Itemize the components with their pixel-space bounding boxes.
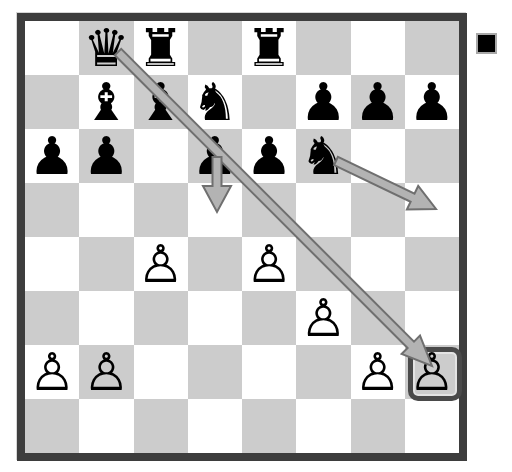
- square-h4[interactable]: [405, 237, 459, 291]
- black-pawn: ♟: [29, 129, 76, 183]
- square-b2[interactable]: ♙: [79, 345, 133, 399]
- black-bishop: ♝: [137, 75, 184, 129]
- square-d7[interactable]: ♞: [188, 75, 242, 129]
- square-a1[interactable]: [25, 399, 79, 453]
- black-pawn: ♟: [246, 129, 293, 183]
- black-knight: ♞: [300, 129, 347, 183]
- square-e4[interactable]: ♙: [242, 237, 296, 291]
- square-f1[interactable]: [296, 399, 350, 453]
- square-e2[interactable]: [242, 345, 296, 399]
- square-b1[interactable]: [79, 399, 133, 453]
- square-f8[interactable]: [296, 21, 350, 75]
- diagram-stage: ♛♜♜♝♝♞♟♟♟♟♟♟♟♞♙♙♙♙♙♙♙: [0, 0, 512, 472]
- square-a2[interactable]: ♙: [25, 345, 79, 399]
- square-a5[interactable]: [25, 183, 79, 237]
- square-d6[interactable]: ♟: [188, 129, 242, 183]
- square-a4[interactable]: [25, 237, 79, 291]
- square-a3[interactable]: [25, 291, 79, 345]
- chess-board-frame: ♛♜♜♝♝♞♟♟♟♟♟♟♟♞♙♙♙♙♙♙♙: [17, 13, 467, 461]
- square-b3[interactable]: [79, 291, 133, 345]
- square-e1[interactable]: [242, 399, 296, 453]
- square-c3[interactable]: [134, 291, 188, 345]
- square-g5[interactable]: [351, 183, 405, 237]
- square-a8[interactable]: [25, 21, 79, 75]
- square-d4[interactable]: [188, 237, 242, 291]
- square-g2[interactable]: ♙: [351, 345, 405, 399]
- square-f7[interactable]: ♟: [296, 75, 350, 129]
- square-g8[interactable]: [351, 21, 405, 75]
- square-c2[interactable]: [134, 345, 188, 399]
- square-b5[interactable]: [79, 183, 133, 237]
- black-pawn: ♟: [300, 75, 347, 129]
- white-pawn: ♙: [246, 237, 293, 291]
- white-pawn: ♙: [29, 345, 76, 399]
- square-h5[interactable]: [405, 183, 459, 237]
- square-f2[interactable]: [296, 345, 350, 399]
- square-e3[interactable]: [242, 291, 296, 345]
- square-c5[interactable]: [134, 183, 188, 237]
- white-pawn: ♙: [300, 291, 347, 345]
- square-e5[interactable]: [242, 183, 296, 237]
- square-h7[interactable]: ♟: [405, 75, 459, 129]
- square-g4[interactable]: [351, 237, 405, 291]
- square-c8[interactable]: ♜: [134, 21, 188, 75]
- square-g1[interactable]: [351, 399, 405, 453]
- square-d8[interactable]: [188, 21, 242, 75]
- square-b8[interactable]: ♛: [79, 21, 133, 75]
- square-d2[interactable]: [188, 345, 242, 399]
- square-h1[interactable]: [405, 399, 459, 453]
- square-b7[interactable]: ♝: [79, 75, 133, 129]
- white-pawn: ♙: [137, 237, 184, 291]
- square-a6[interactable]: ♟: [25, 129, 79, 183]
- square-c7[interactable]: ♝: [134, 75, 188, 129]
- square-f3[interactable]: ♙: [296, 291, 350, 345]
- square-f4[interactable]: [296, 237, 350, 291]
- square-c1[interactable]: [134, 399, 188, 453]
- square-g3[interactable]: [351, 291, 405, 345]
- white-pawn: ♙: [354, 345, 401, 399]
- square-h2[interactable]: ♙: [405, 345, 459, 399]
- black-queen: ♛: [83, 21, 130, 75]
- square-f6[interactable]: ♞: [296, 129, 350, 183]
- square-d5[interactable]: [188, 183, 242, 237]
- square-d1[interactable]: [188, 399, 242, 453]
- square-c4[interactable]: ♙: [134, 237, 188, 291]
- black-bishop: ♝: [83, 75, 130, 129]
- square-d3[interactable]: [188, 291, 242, 345]
- chess-board: ♛♜♜♝♝♞♟♟♟♟♟♟♟♞♙♙♙♙♙♙♙: [25, 21, 459, 453]
- black-knight: ♞: [192, 75, 239, 129]
- black-pawn: ♟: [83, 129, 130, 183]
- black-rook: ♜: [246, 21, 293, 75]
- black-rook: ♜: [137, 21, 184, 75]
- square-h3[interactable]: [405, 291, 459, 345]
- square-b6[interactable]: ♟: [79, 129, 133, 183]
- side-to-move-indicator: [476, 33, 497, 54]
- white-pawn: ♙: [409, 345, 456, 399]
- white-pawn: ♙: [83, 345, 130, 399]
- square-a7[interactable]: [25, 75, 79, 129]
- black-pawn: ♟: [354, 75, 401, 129]
- square-e7[interactable]: [242, 75, 296, 129]
- square-g6[interactable]: [351, 129, 405, 183]
- black-pawn: ♟: [409, 75, 456, 129]
- square-b4[interactable]: [79, 237, 133, 291]
- square-f5[interactable]: [296, 183, 350, 237]
- black-pawn: ♟: [192, 129, 239, 183]
- square-h8[interactable]: [405, 21, 459, 75]
- square-c6[interactable]: [134, 129, 188, 183]
- square-g7[interactable]: ♟: [351, 75, 405, 129]
- square-e6[interactable]: ♟: [242, 129, 296, 183]
- square-e8[interactable]: ♜: [242, 21, 296, 75]
- square-h6[interactable]: [405, 129, 459, 183]
